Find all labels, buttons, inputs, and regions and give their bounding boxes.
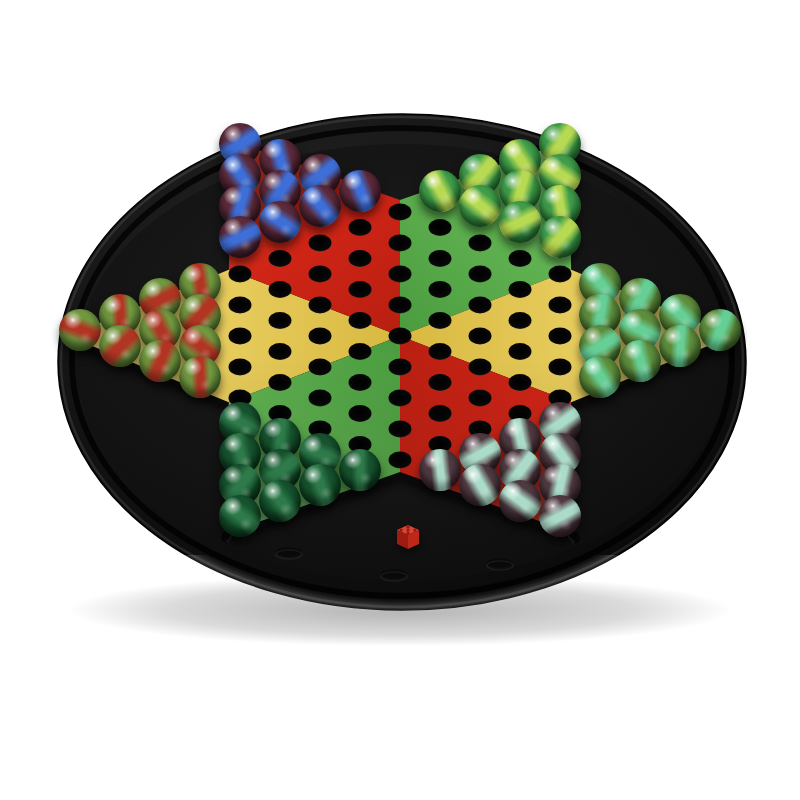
chinese-checkers-photo [0, 0, 800, 800]
marble-blue-swirl[interactable] [339, 170, 381, 212]
die-pip [406, 532, 409, 535]
die-pip [413, 528, 416, 531]
board-hole[interactable] [309, 328, 332, 345]
die-pip [406, 528, 409, 531]
board-hole[interactable] [389, 452, 412, 469]
board-hole[interactable] [509, 374, 532, 391]
board-hole[interactable] [469, 359, 492, 376]
board-hole[interactable] [269, 281, 292, 298]
board-hole[interactable] [349, 219, 372, 236]
board-hole[interactable] [429, 250, 452, 267]
board-hole[interactable] [349, 405, 372, 422]
marble-dark-green[interactable] [259, 480, 301, 522]
board-hole[interactable] [469, 390, 492, 407]
board-hole[interactable] [549, 328, 572, 345]
marble-green-cat-eye[interactable] [659, 325, 701, 367]
marble-red-swirl[interactable] [179, 356, 221, 398]
board-hole[interactable] [309, 297, 332, 314]
board-hole[interactable] [469, 235, 492, 252]
board-hole[interactable] [429, 343, 452, 360]
board-hole[interactable] [229, 266, 252, 283]
die[interactable] [397, 525, 420, 553]
marble-red-swirl[interactable] [139, 340, 181, 382]
board-hole[interactable] [389, 390, 412, 407]
board-hole[interactable] [549, 297, 572, 314]
marble-green-cat-eye[interactable] [619, 340, 661, 382]
board-hole[interactable] [549, 266, 572, 283]
marble-green-cat-eye[interactable] [699, 309, 741, 351]
marble-blue-swirl[interactable] [259, 201, 301, 243]
board-hole[interactable] [309, 266, 332, 283]
board-hole[interactable] [349, 312, 372, 329]
board-hole[interactable] [389, 266, 412, 283]
board-hole[interactable] [429, 312, 452, 329]
board-hole[interactable] [229, 297, 252, 314]
board-hole[interactable] [349, 250, 372, 267]
board-hole[interactable] [309, 390, 332, 407]
board-hole[interactable] [269, 374, 292, 391]
marble-blue-swirl[interactable] [299, 185, 341, 227]
marble-green-cat-eye[interactable] [579, 356, 621, 398]
marble-mint-swirl[interactable] [499, 480, 541, 522]
marble-dark-green[interactable] [339, 449, 381, 491]
board-hole[interactable] [349, 343, 372, 360]
board-hole[interactable] [229, 359, 252, 376]
board-hole[interactable] [349, 281, 372, 298]
board-hole[interactable] [429, 374, 452, 391]
board-hole[interactable] [389, 235, 412, 252]
board-hole[interactable] [549, 359, 572, 376]
board-hole[interactable] [429, 219, 452, 236]
board-hole[interactable] [269, 343, 292, 360]
marble-mint-swirl[interactable] [539, 495, 581, 537]
board-hole[interactable] [269, 250, 292, 267]
marble-clear-green[interactable] [499, 201, 541, 243]
marble-red-swirl[interactable] [59, 309, 101, 351]
board-hole[interactable] [389, 204, 412, 221]
marble-clear-green[interactable] [539, 216, 581, 258]
board-hole[interactable] [389, 328, 412, 345]
board-hole[interactable] [389, 359, 412, 376]
board-hole[interactable] [509, 250, 532, 267]
marble-dark-green[interactable] [219, 495, 261, 537]
marble-mint-swirl[interactable] [459, 464, 501, 506]
board-hole[interactable] [389, 421, 412, 438]
marble-clear-green[interactable] [419, 170, 461, 212]
board-hole[interactable] [469, 328, 492, 345]
marble-red-swirl[interactable] [99, 325, 141, 367]
board-hole[interactable] [509, 281, 532, 298]
board-hole[interactable] [469, 297, 492, 314]
marble-dark-green[interactable] [299, 464, 341, 506]
scene [0, 0, 800, 800]
board-hole[interactable] [509, 343, 532, 360]
marble-blue-swirl[interactable] [219, 216, 261, 258]
marble-mint-swirl[interactable] [419, 449, 461, 491]
board-hole[interactable] [469, 266, 492, 283]
board-hole[interactable] [309, 359, 332, 376]
board-hole[interactable] [509, 312, 532, 329]
board-hole[interactable] [269, 312, 292, 329]
board-hole[interactable] [309, 235, 332, 252]
board-hole[interactable] [229, 328, 252, 345]
die-pip [406, 525, 409, 528]
die-pip [400, 528, 403, 531]
marble-clear-green[interactable] [459, 185, 501, 227]
board-hole[interactable] [349, 374, 372, 391]
board-hole[interactable] [429, 405, 452, 422]
board-hole[interactable] [429, 281, 452, 298]
board-hole[interactable] [389, 297, 412, 314]
